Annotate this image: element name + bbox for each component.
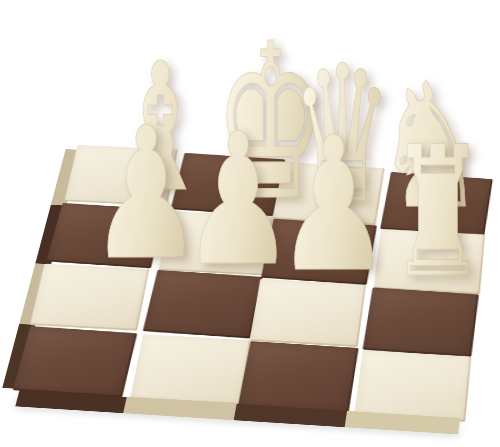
square-b4 bbox=[171, 153, 286, 216]
square-a2 bbox=[30, 264, 149, 331]
square-d2 bbox=[363, 287, 479, 357]
square-d4 bbox=[380, 172, 493, 237]
chocolate-chess-set-photo: ♝♚♛♞♟♟♟♜ bbox=[0, 0, 500, 447]
square-a4 bbox=[65, 145, 178, 206]
chess-board-grid bbox=[16, 148, 489, 420]
square-c2 bbox=[250, 279, 366, 347]
square-a1 bbox=[13, 326, 138, 397]
square-b2 bbox=[143, 270, 263, 339]
square-d3 bbox=[373, 229, 485, 295]
chess-board bbox=[16, 148, 489, 420]
square-c1 bbox=[238, 341, 359, 413]
square-c3 bbox=[261, 219, 377, 285]
square-b3 bbox=[159, 211, 274, 276]
square-a3 bbox=[46, 203, 165, 268]
square-c4 bbox=[272, 162, 385, 225]
square-b1 bbox=[130, 334, 251, 405]
square-d1 bbox=[354, 350, 471, 422]
